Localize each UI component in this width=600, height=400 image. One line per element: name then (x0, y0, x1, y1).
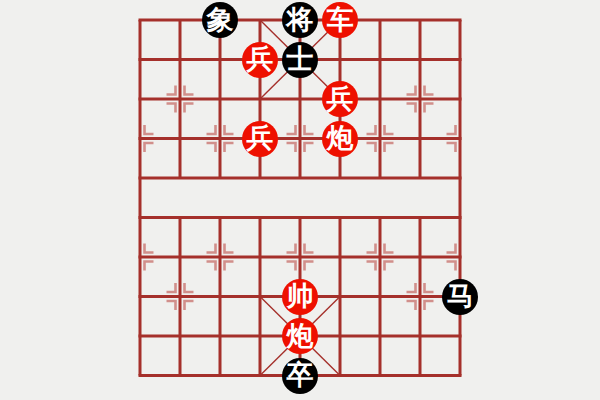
piece-black-elephant[interactable]: 象 (202, 2, 238, 38)
piece-red-general[interactable]: 帅 (282, 279, 318, 315)
piece-red-cannon-1[interactable]: 炮 (322, 121, 358, 157)
piece-black-pawn[interactable]: 卒 (282, 358, 318, 394)
piece-red-cannon-2[interactable]: 炮 (282, 318, 318, 354)
piece-red-chariot[interactable]: 车 (322, 2, 358, 38)
piece-black-general[interactable]: 将 (282, 2, 318, 38)
piece-red-pawn-3[interactable]: 兵 (242, 121, 278, 157)
piece-black-horse[interactable]: 马 (442, 279, 478, 315)
piece-black-advisor[interactable]: 士 (282, 42, 318, 78)
xiangqi-board-screen: 象将车兵士兵兵炮帅马炮卒 (0, 0, 600, 400)
piece-red-pawn-1[interactable]: 兵 (242, 42, 278, 78)
piece-red-pawn-2[interactable]: 兵 (322, 81, 358, 117)
